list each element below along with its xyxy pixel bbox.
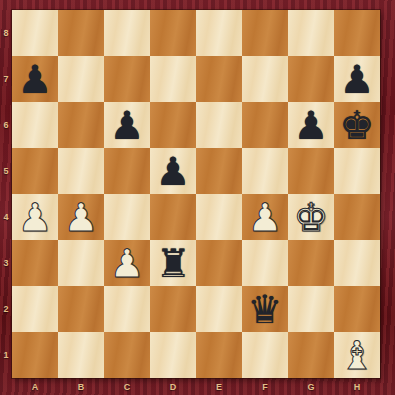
square-b4[interactable]: ♟	[58, 194, 104, 240]
square-a1[interactable]	[12, 332, 58, 378]
square-e1[interactable]	[196, 332, 242, 378]
square-c6[interactable]: ♟	[104, 102, 150, 148]
file-label-f: F	[242, 378, 288, 395]
square-g3[interactable]	[288, 240, 334, 286]
square-e3[interactable]	[196, 240, 242, 286]
square-d4[interactable]	[150, 194, 196, 240]
board[interactable]: ♟♟♟♟♚♟♟♟♟♚♟♜♛♝	[12, 10, 380, 378]
square-a3[interactable]	[12, 240, 58, 286]
square-e6[interactable]	[196, 102, 242, 148]
piece-black-rook-d3[interactable]: ♜	[150, 240, 196, 286]
square-c3[interactable]: ♟	[104, 240, 150, 286]
file-labels: ABCDEFGH	[12, 378, 380, 395]
file-label-a: A	[12, 378, 58, 395]
square-d7[interactable]	[150, 56, 196, 102]
square-f1[interactable]	[242, 332, 288, 378]
piece-white-king-g4[interactable]: ♚	[288, 194, 334, 240]
square-b2[interactable]	[58, 286, 104, 332]
rank-label-3: 3	[0, 240, 12, 286]
piece-black-pawn-h7[interactable]: ♟	[334, 56, 380, 102]
square-b5[interactable]	[58, 148, 104, 194]
chess-board-frame: 87654321 ♟♟♟♟♚♟♟♟♟♚♟♜♛♝ ABCDEFGH	[0, 0, 395, 395]
piece-black-pawn-c6[interactable]: ♟	[104, 102, 150, 148]
file-label-h: H	[334, 378, 380, 395]
rank-label-5: 5	[0, 148, 12, 194]
square-e8[interactable]	[196, 10, 242, 56]
square-g5[interactable]	[288, 148, 334, 194]
rank-label-8: 8	[0, 10, 12, 56]
rank-labels: 87654321	[0, 10, 12, 378]
file-label-g: G	[288, 378, 334, 395]
square-h5[interactable]	[334, 148, 380, 194]
square-c7[interactable]	[104, 56, 150, 102]
square-b7[interactable]	[58, 56, 104, 102]
square-g6[interactable]: ♟	[288, 102, 334, 148]
square-b3[interactable]	[58, 240, 104, 286]
square-h2[interactable]	[334, 286, 380, 332]
square-h1[interactable]: ♝	[334, 332, 380, 378]
square-h7[interactable]: ♟	[334, 56, 380, 102]
square-f7[interactable]	[242, 56, 288, 102]
square-d1[interactable]	[150, 332, 196, 378]
square-h3[interactable]	[334, 240, 380, 286]
piece-black-king-h6[interactable]: ♚	[334, 102, 380, 148]
square-c5[interactable]	[104, 148, 150, 194]
square-g8[interactable]	[288, 10, 334, 56]
rank-label-7: 7	[0, 56, 12, 102]
square-d5[interactable]: ♟	[150, 148, 196, 194]
square-a2[interactable]	[12, 286, 58, 332]
square-a5[interactable]	[12, 148, 58, 194]
file-label-e: E	[196, 378, 242, 395]
square-e5[interactable]	[196, 148, 242, 194]
rank-label-1: 1	[0, 332, 12, 378]
piece-black-pawn-d5[interactable]: ♟	[150, 148, 196, 194]
rank-label-4: 4	[0, 194, 12, 240]
piece-white-pawn-c3[interactable]: ♟	[104, 240, 150, 286]
file-label-b: B	[58, 378, 104, 395]
square-g7[interactable]	[288, 56, 334, 102]
square-f3[interactable]	[242, 240, 288, 286]
piece-white-pawn-b4[interactable]: ♟	[58, 194, 104, 240]
square-b6[interactable]	[58, 102, 104, 148]
square-d8[interactable]	[150, 10, 196, 56]
piece-white-pawn-f4[interactable]: ♟	[242, 194, 288, 240]
piece-black-queen-f2[interactable]: ♛	[242, 286, 288, 332]
square-h8[interactable]	[334, 10, 380, 56]
square-e4[interactable]	[196, 194, 242, 240]
square-h6[interactable]: ♚	[334, 102, 380, 148]
square-b1[interactable]	[58, 332, 104, 378]
square-f5[interactable]	[242, 148, 288, 194]
square-g4[interactable]: ♚	[288, 194, 334, 240]
square-f2[interactable]: ♛	[242, 286, 288, 332]
square-a6[interactable]	[12, 102, 58, 148]
file-label-c: C	[104, 378, 150, 395]
square-h4[interactable]	[334, 194, 380, 240]
square-c8[interactable]	[104, 10, 150, 56]
square-a4[interactable]: ♟	[12, 194, 58, 240]
square-d2[interactable]	[150, 286, 196, 332]
piece-white-bishop-h1[interactable]: ♝	[334, 332, 380, 378]
square-d6[interactable]	[150, 102, 196, 148]
square-e7[interactable]	[196, 56, 242, 102]
piece-white-pawn-a4[interactable]: ♟	[12, 194, 58, 240]
rank-label-6: 6	[0, 102, 12, 148]
square-d3[interactable]: ♜	[150, 240, 196, 286]
square-c1[interactable]	[104, 332, 150, 378]
square-f4[interactable]: ♟	[242, 194, 288, 240]
square-f8[interactable]	[242, 10, 288, 56]
square-g1[interactable]	[288, 332, 334, 378]
square-b8[interactable]	[58, 10, 104, 56]
square-a7[interactable]: ♟	[12, 56, 58, 102]
square-g2[interactable]	[288, 286, 334, 332]
square-c4[interactable]	[104, 194, 150, 240]
piece-black-pawn-g6[interactable]: ♟	[288, 102, 334, 148]
square-f6[interactable]	[242, 102, 288, 148]
piece-black-pawn-a7[interactable]: ♟	[12, 56, 58, 102]
rank-label-2: 2	[0, 286, 12, 332]
square-c2[interactable]	[104, 286, 150, 332]
square-e2[interactable]	[196, 286, 242, 332]
file-label-d: D	[150, 378, 196, 395]
square-a8[interactable]	[12, 10, 58, 56]
